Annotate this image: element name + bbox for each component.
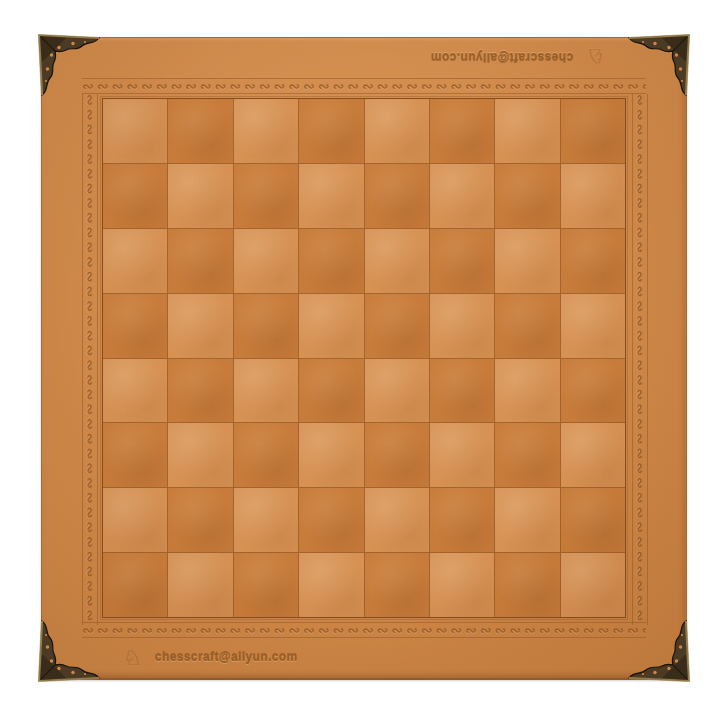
brand-email-text: chesscraft@allyun.com (430, 50, 573, 64)
square-h7 (561, 164, 625, 228)
square-c7 (234, 164, 298, 228)
square-b1 (168, 553, 232, 617)
square-e7 (365, 164, 429, 228)
square-a2 (103, 488, 167, 552)
square-d5 (299, 294, 363, 358)
square-h3 (561, 423, 625, 487)
brand-bottom: ♘ chesscraft@allyun.com (42, 645, 686, 669)
square-g3 (495, 423, 559, 487)
square-a6 (103, 229, 167, 293)
border-motif-right: ∾∾∾∾∾∾∾∾∾∾∾∾∾∾∾∾∾∾∾∾∾∾∾∾∾∾∾∾∾∾∾∾∾∾∾∾∾∾∾∾… (632, 94, 648, 625)
square-a4 (103, 359, 167, 423)
product-photo: ♘ chesscraft@allyun.com ∾∾∾∾∾∾∾∾∾∾∾∾∾∾∾∾… (0, 0, 720, 720)
square-g5 (495, 294, 559, 358)
square-f5 (430, 294, 494, 358)
square-h8 (561, 99, 625, 163)
square-b2 (168, 488, 232, 552)
square-g8 (495, 99, 559, 163)
square-d1 (299, 553, 363, 617)
knight-logo-icon: ♘ (586, 47, 605, 68)
square-a1 (103, 553, 167, 617)
knight-logo-icon: ♘ (123, 647, 142, 668)
square-f3 (430, 423, 494, 487)
border-motif-left: ∾∾∾∾∾∾∾∾∾∾∾∾∾∾∾∾∾∾∾∾∾∾∾∾∾∾∾∾∾∾∾∾∾∾∾∾∾∾∾∾… (82, 94, 98, 625)
chess-board: ♘ chesscraft@allyun.com ∾∾∾∾∾∾∾∾∾∾∾∾∾∾∾∾… (41, 37, 687, 680)
square-h2 (561, 488, 625, 552)
square-c4 (234, 359, 298, 423)
square-a8 (103, 99, 167, 163)
square-e2 (365, 488, 429, 552)
square-h5 (561, 294, 625, 358)
square-f8 (430, 99, 494, 163)
square-f2 (430, 488, 494, 552)
square-e8 (365, 99, 429, 163)
square-c3 (234, 423, 298, 487)
square-f6 (430, 229, 494, 293)
square-c2 (234, 488, 298, 552)
square-e4 (365, 359, 429, 423)
square-b7 (168, 164, 232, 228)
square-f4 (430, 359, 494, 423)
brand-email-text: chesscraft@allyun.com (155, 650, 298, 664)
square-a7 (103, 164, 167, 228)
square-d8 (299, 99, 363, 163)
square-b5 (168, 294, 232, 358)
border-motif-bottom: ∾∾∾∾∾∾∾∾∾∾∾∾∾∾∾∾∾∾∾∾∾∾∾∾∾∾∾∾∾∾∾∾∾∾∾∾∾∾∾∾… (82, 622, 646, 638)
corner-protector-bottom-right (624, 616, 690, 682)
square-h1 (561, 553, 625, 617)
square-b8 (168, 99, 232, 163)
square-e3 (365, 423, 429, 487)
square-h4 (561, 359, 625, 423)
square-b6 (168, 229, 232, 293)
square-e5 (365, 294, 429, 358)
brand-top: ♘ chesscraft@allyun.com (42, 45, 686, 69)
square-g2 (495, 488, 559, 552)
border-motif-top: ∾∾∾∾∾∾∾∾∾∾∾∾∾∾∾∾∾∾∾∾∾∾∾∾∾∾∾∾∾∾∾∾∾∾∾∾∾∾∾∾… (82, 78, 646, 94)
square-b4 (168, 359, 232, 423)
square-g4 (495, 359, 559, 423)
corner-protector-top-right (624, 34, 690, 100)
square-e1 (365, 553, 429, 617)
corner-protector-bottom-left (38, 616, 104, 682)
board-grid (102, 98, 626, 618)
square-c1 (234, 553, 298, 617)
corner-protector-top-left (38, 34, 104, 100)
square-a3 (103, 423, 167, 487)
square-c6 (234, 229, 298, 293)
square-d3 (299, 423, 363, 487)
square-e6 (365, 229, 429, 293)
square-c8 (234, 99, 298, 163)
square-d2 (299, 488, 363, 552)
square-f1 (430, 553, 494, 617)
square-b3 (168, 423, 232, 487)
square-d6 (299, 229, 363, 293)
square-c5 (234, 294, 298, 358)
square-d4 (299, 359, 363, 423)
square-g1 (495, 553, 559, 617)
square-g7 (495, 164, 559, 228)
square-f7 (430, 164, 494, 228)
square-d7 (299, 164, 363, 228)
square-g6 (495, 229, 559, 293)
square-a5 (103, 294, 167, 358)
square-h6 (561, 229, 625, 293)
